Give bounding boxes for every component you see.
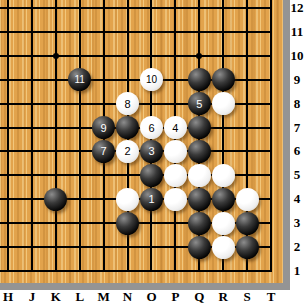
row-label-8: 8 [294,96,301,112]
col-label-M: M [97,289,109,305]
col-label-K: K [51,289,61,305]
white-stone-P4[interactable] [164,188,187,211]
black-stone-S3[interactable] [236,212,259,235]
black-stone-Q6[interactable] [188,140,211,163]
white-stone-P7[interactable]: 4 [164,116,187,139]
white-stone-R3[interactable] [212,212,235,235]
white-stone-P6[interactable] [164,140,187,163]
black-stone-M6[interactable]: 7 [92,140,115,163]
col-label-R: R [218,289,227,305]
white-stone-O7[interactable]: 6 [140,116,163,139]
row-label-11: 11 [291,24,303,40]
grid-hline [0,7,272,9]
black-stone-Q8[interactable]: 5 [188,92,211,115]
white-stone-N6[interactable]: 2 [116,140,139,163]
black-stone-R9[interactable] [212,68,235,91]
black-stone-K4[interactable] [44,188,67,211]
col-label-O: O [146,289,156,305]
row-label-4: 4 [294,191,301,207]
white-stone-O9[interactable]: 10 [140,68,163,91]
row-label-10: 10 [291,48,304,64]
grid-hline [0,55,272,57]
black-stone-O5[interactable] [140,164,163,187]
black-stone-S2[interactable] [236,236,259,259]
white-stone-R5[interactable] [212,164,235,187]
col-label-T: T [267,289,276,305]
black-stone-Q7[interactable] [188,116,211,139]
grid-vline [31,0,33,272]
star-point-Q10 [196,53,202,59]
black-stone-Q9[interactable] [188,68,211,91]
grid-vline [55,0,57,272]
black-stone-M7[interactable]: 9 [92,116,115,139]
col-label-S: S [243,289,250,305]
row-label-12: 12 [291,0,304,16]
black-stone-O4[interactable]: 1 [140,188,163,211]
grid-vline [79,0,81,272]
grid-hline [0,31,272,33]
row-label-7: 7 [294,120,301,136]
row-label-9: 9 [294,72,301,88]
black-stone-N7[interactable] [116,116,139,139]
row-label-3: 3 [294,215,301,231]
white-stone-N8[interactable]: 8 [116,92,139,115]
row-label-1: 1 [294,263,301,279]
go-board[interactable]: 1110859647231 [0,0,283,283]
row-label-6: 6 [294,143,301,159]
col-label-Q: Q [194,289,204,305]
black-stone-N3[interactable] [116,212,139,235]
black-stone-L9[interactable]: 11 [68,68,91,91]
black-stone-Q4[interactable] [188,188,211,211]
white-stone-P5[interactable] [164,164,187,187]
grid-vline [7,0,9,272]
black-stone-Q2[interactable] [188,236,211,259]
col-label-H: H [3,289,13,305]
row-label-5: 5 [294,167,301,183]
grid-hline [0,270,272,272]
black-stone-O6[interactable]: 3 [140,140,163,163]
black-stone-Q3[interactable] [188,212,211,235]
white-stone-N4[interactable] [116,188,139,211]
row-label-2: 2 [294,239,301,255]
go-diagram: 1110859647231 HJKLMNOPQRST12111098765432… [0,0,308,308]
col-label-N: N [123,289,132,305]
col-label-L: L [75,289,84,305]
black-stone-R4[interactable] [212,188,235,211]
grid-vline [270,0,272,272]
white-stone-R2[interactable] [212,236,235,259]
white-stone-S4[interactable] [236,188,259,211]
star-point-K10 [53,53,59,59]
white-stone-Q5[interactable] [188,164,211,187]
col-label-P: P [171,289,179,305]
col-label-J: J [29,289,36,305]
white-stone-R8[interactable] [212,92,235,115]
board-right-edge-shadow [283,0,290,290]
